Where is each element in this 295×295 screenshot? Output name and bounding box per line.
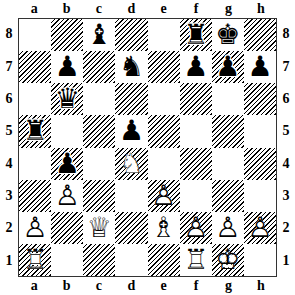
piece-outline-layer: ♕ <box>87 214 112 242</box>
white-pawn[interactable]: ♟♙ <box>23 214 48 242</box>
white-knight[interactable]: ♞♘ <box>119 150 144 178</box>
square-f5[interactable] <box>180 115 212 147</box>
square-c3[interactable] <box>83 180 115 212</box>
square-a5[interactable]: ♜ <box>19 115 51 147</box>
square-f4[interactable] <box>180 148 212 180</box>
square-b3[interactable]: ♟♙ <box>51 180 83 212</box>
black-rook[interactable]: ♜ <box>183 21 208 49</box>
piece-outline-layer: ♙ <box>215 214 240 242</box>
rank-label-4: 4 <box>277 148 295 180</box>
square-a3[interactable] <box>19 180 51 212</box>
rank-label-8: 8 <box>0 18 18 50</box>
white-bishop[interactable]: ♝♗ <box>151 214 176 242</box>
rank-label-7: 7 <box>0 50 18 82</box>
square-f1[interactable]: ♜♖ <box>180 244 212 276</box>
white-king[interactable]: ♚♔ <box>215 246 240 274</box>
file-label-b: b <box>50 277 82 295</box>
rank-label-5: 5 <box>277 115 295 147</box>
square-a6[interactable] <box>19 83 51 115</box>
black-pawn[interactable]: ♟ <box>55 53 80 81</box>
square-c7[interactable] <box>83 51 115 83</box>
white-pawn[interactable]: ♟♙ <box>247 214 272 242</box>
file-labels-bottom: abcdefgh <box>18 277 277 295</box>
square-h6[interactable] <box>244 83 276 115</box>
white-pawn[interactable]: ♟♙ <box>55 182 80 210</box>
square-e5[interactable] <box>148 115 180 147</box>
square-f6[interactable] <box>180 83 212 115</box>
file-label-c: c <box>83 0 115 18</box>
square-h5[interactable] <box>244 115 276 147</box>
rank-label-1: 1 <box>277 245 295 277</box>
square-e2[interactable]: ♝♗ <box>148 212 180 244</box>
rank-label-3: 3 <box>0 180 18 212</box>
square-g7[interactable]: ♟ <box>212 51 244 83</box>
square-b2[interactable] <box>51 212 83 244</box>
square-b4[interactable]: ♟ <box>51 148 83 180</box>
square-e6[interactable] <box>148 83 180 115</box>
white-pawn[interactable]: ♟♙ <box>183 214 208 242</box>
square-c8[interactable]: ♝ <box>83 19 115 51</box>
square-e8[interactable] <box>148 19 180 51</box>
square-d2[interactable] <box>115 212 147 244</box>
file-label-h: h <box>245 0 277 18</box>
piece-outline-layer: ♘ <box>119 150 144 178</box>
square-h4[interactable] <box>244 148 276 180</box>
white-pawn[interactable]: ♟♙ <box>151 182 176 210</box>
piece-outline-layer: ♗ <box>151 214 176 242</box>
white-rook[interactable]: ♜♖ <box>183 246 208 274</box>
square-e1[interactable] <box>148 244 180 276</box>
square-h1[interactable] <box>244 244 276 276</box>
square-f8[interactable]: ♜ <box>180 19 212 51</box>
piece-outline-layer: ♖ <box>23 246 48 274</box>
piece-outline-layer: ♙ <box>151 182 176 210</box>
rank-label-6: 6 <box>277 83 295 115</box>
square-f2[interactable]: ♟♙ <box>180 212 212 244</box>
piece-outline-layer: ♙ <box>183 214 208 242</box>
square-f3[interactable] <box>180 180 212 212</box>
piece-outline-layer: ♙ <box>247 214 272 242</box>
square-a7[interactable] <box>19 51 51 83</box>
white-pawn[interactable]: ♟♙ <box>215 214 240 242</box>
square-e7[interactable] <box>148 51 180 83</box>
square-c6[interactable] <box>83 83 115 115</box>
square-g5[interactable] <box>212 115 244 147</box>
square-h8[interactable] <box>244 19 276 51</box>
square-h7[interactable]: ♟ <box>244 51 276 83</box>
file-label-h: h <box>245 277 277 295</box>
square-e3[interactable]: ♟♙ <box>148 180 180 212</box>
file-label-b: b <box>50 0 82 18</box>
file-label-a: a <box>18 0 50 18</box>
black-pawn[interactable]: ♟ <box>215 53 240 81</box>
square-h3[interactable] <box>244 180 276 212</box>
piece-outline-layer: ♙ <box>55 182 80 210</box>
square-d5[interactable]: ♟ <box>115 115 147 147</box>
square-b7[interactable]: ♟ <box>51 51 83 83</box>
white-queen[interactable]: ♛♕ <box>87 214 112 242</box>
file-label-g: g <box>212 277 244 295</box>
rank-label-7: 7 <box>277 50 295 82</box>
rank-label-8: 8 <box>277 18 295 50</box>
square-g1[interactable]: ♚♔ <box>212 244 244 276</box>
black-pawn[interactable]: ♟ <box>183 53 208 81</box>
rank-label-5: 5 <box>0 115 18 147</box>
rank-label-2: 2 <box>277 212 295 244</box>
square-g6[interactable] <box>212 83 244 115</box>
square-a8[interactable] <box>19 19 51 51</box>
square-b6[interactable]: ♛ <box>51 83 83 115</box>
chessboard: ♝♜♚♟♞♟♟♟♛♜♟♟♞♘♟♙♟♙♟♙♛♕♝♗♟♙♟♙♟♙♜♖♜♖♚♔ <box>18 18 277 277</box>
file-labels-top: abcdefgh <box>18 0 277 18</box>
square-h2[interactable]: ♟♙ <box>244 212 276 244</box>
black-rook[interactable]: ♜ <box>23 117 48 145</box>
square-b5[interactable] <box>51 115 83 147</box>
square-d4[interactable]: ♞♘ <box>115 148 147 180</box>
black-queen[interactable]: ♛ <box>55 85 80 113</box>
file-label-e: e <box>148 277 180 295</box>
rank-labels-left: 87654321 <box>0 18 18 277</box>
square-d6[interactable] <box>115 83 147 115</box>
black-pawn[interactable]: ♟ <box>247 53 272 81</box>
rank-label-1: 1 <box>0 245 18 277</box>
file-label-d: d <box>115 0 147 18</box>
square-g8[interactable]: ♚ <box>212 19 244 51</box>
chess-diagram: abcdefgh 87654321 ♝♜♚♟♞♟♟♟♛♜♟♟♞♘♟♙♟♙♟♙♛♕… <box>0 0 295 295</box>
black-pawn[interactable]: ♟ <box>55 150 80 178</box>
file-label-f: f <box>180 0 212 18</box>
square-b8[interactable] <box>51 19 83 51</box>
square-a2[interactable]: ♟♙ <box>19 212 51 244</box>
black-knight[interactable]: ♞ <box>119 53 144 81</box>
file-label-c: c <box>83 277 115 295</box>
file-label-e: e <box>148 0 180 18</box>
square-d7[interactable]: ♞ <box>115 51 147 83</box>
rank-label-2: 2 <box>0 212 18 244</box>
square-b1[interactable] <box>51 244 83 276</box>
square-d8[interactable] <box>115 19 147 51</box>
piece-outline-layer: ♖ <box>183 246 208 274</box>
square-c4[interactable] <box>83 148 115 180</box>
square-g2[interactable]: ♟♙ <box>212 212 244 244</box>
square-f7[interactable]: ♟ <box>180 51 212 83</box>
rank-label-4: 4 <box>0 148 18 180</box>
square-g3[interactable] <box>212 180 244 212</box>
piece-outline-layer: ♙ <box>23 214 48 242</box>
black-pawn[interactable]: ♟ <box>119 117 144 145</box>
square-c1[interactable] <box>83 244 115 276</box>
file-label-d: d <box>115 277 147 295</box>
square-e4[interactable] <box>148 148 180 180</box>
black-king[interactable]: ♚ <box>215 21 240 49</box>
square-a4[interactable] <box>19 148 51 180</box>
rank-labels-right: 87654321 <box>277 18 295 277</box>
rank-label-6: 6 <box>0 83 18 115</box>
file-label-g: g <box>212 0 244 18</box>
file-label-a: a <box>18 277 50 295</box>
white-rook[interactable]: ♜♖ <box>23 246 48 274</box>
rank-label-3: 3 <box>277 180 295 212</box>
square-d1[interactable] <box>115 244 147 276</box>
piece-outline-layer: ♔ <box>215 246 240 274</box>
square-c5[interactable] <box>83 115 115 147</box>
square-g4[interactable] <box>212 148 244 180</box>
square-c2[interactable]: ♛♕ <box>83 212 115 244</box>
square-d3[interactable] <box>115 180 147 212</box>
square-a1[interactable]: ♜♖ <box>19 244 51 276</box>
file-label-f: f <box>180 277 212 295</box>
black-bishop[interactable]: ♝ <box>87 21 112 49</box>
